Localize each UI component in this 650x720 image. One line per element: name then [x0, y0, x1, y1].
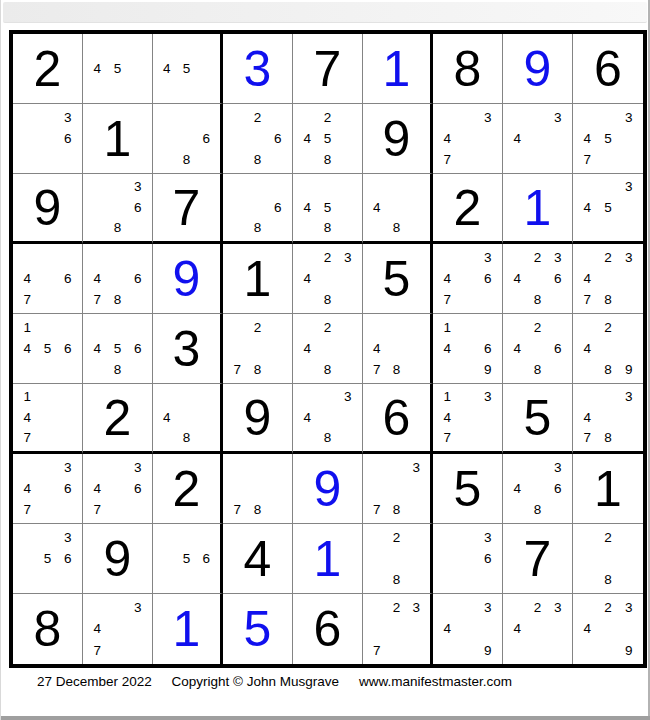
cell-r2c9[interactable]: 3457: [573, 104, 643, 174]
pencil-mark: [107, 247, 127, 268]
cell-r6c1[interactable]: 147: [13, 384, 83, 454]
pencil-mark: [338, 359, 358, 380]
pencil-mark: [247, 478, 267, 499]
pencil-mark: [17, 247, 37, 268]
cell-r7c9[interactable]: 1: [573, 454, 643, 524]
pencil-mark: 4: [437, 268, 457, 289]
pencil-mark: 8: [107, 359, 127, 380]
pencil-mark: [618, 317, 639, 338]
pencil-mark: [406, 177, 426, 197]
pencil-mark: [128, 317, 148, 338]
cell-r8c7[interactable]: 36: [433, 524, 503, 594]
cell-r6c5[interactable]: 348: [293, 384, 363, 454]
pencil-marks: 68: [227, 177, 288, 238]
cell-r9c3[interactable]: 1: [153, 594, 223, 664]
pencil-mark: [317, 177, 337, 197]
pencil-mark: 2: [247, 317, 267, 338]
pencil-mark: 3: [128, 457, 148, 478]
cell-r7c7[interactable]: 5: [433, 454, 503, 524]
pencil-mark: [507, 640, 527, 661]
pencil-mark: 3: [618, 597, 639, 618]
pencil-mark: 3: [58, 107, 78, 128]
cell-r1c8[interactable]: 9: [503, 34, 573, 104]
cell-value: 1: [573, 454, 643, 523]
cell-r8c3[interactable]: 56: [153, 524, 223, 594]
cell-r3c8[interactable]: 1: [503, 174, 573, 244]
pencil-mark: 9: [618, 359, 639, 380]
pencil-mark: [437, 247, 457, 268]
pencil-mark: [478, 128, 498, 149]
pencil-mark: 8: [247, 149, 267, 170]
cell-r1c2[interactable]: 45: [83, 34, 153, 104]
pencil-mark: [457, 618, 477, 639]
pencil-mark: [437, 107, 457, 128]
cell-r1c1[interactable]: 2: [13, 34, 83, 104]
cell-r3c5[interactable]: 458: [293, 174, 363, 244]
cell-r9c2[interactable]: 347: [83, 594, 153, 664]
cell-r9c6[interactable]: 237: [363, 594, 433, 664]
pencil-marks: 3478: [577, 387, 639, 448]
pencil-mark: [367, 527, 387, 548]
cell-r8c8[interactable]: 7: [503, 524, 573, 594]
pencil-mark: [577, 247, 598, 268]
pencil-mark: [387, 197, 407, 217]
pencil-mark: 4: [87, 268, 107, 289]
pencil-mark: [598, 618, 619, 639]
cell-r2c4[interactable]: 268: [223, 104, 293, 174]
pencil-mark: 7: [367, 640, 387, 661]
cell-r6c4[interactable]: 9: [223, 384, 293, 454]
pencil-mark: [548, 499, 568, 520]
pencil-mark: [17, 457, 37, 478]
pencil-marks: 348: [297, 387, 358, 448]
cell-r2c7[interactable]: 347: [433, 104, 503, 174]
cell-r8c4[interactable]: 4: [223, 524, 293, 594]
pencil-mark: [548, 618, 568, 639]
cell-r4c6[interactable]: 5: [363, 244, 433, 314]
pencil-mark: [406, 478, 426, 499]
cell-r7c2[interactable]: 3467: [83, 454, 153, 524]
pencil-mark: [338, 289, 358, 310]
pencil-mark: [457, 428, 477, 448]
cell-r3c9[interactable]: 345: [573, 174, 643, 244]
pencil-mark: 3: [618, 107, 639, 128]
cell-r5c8[interactable]: 2468: [503, 314, 573, 384]
pencil-mark: [577, 569, 598, 590]
cell-value: 7: [153, 174, 220, 241]
pencil-mark: [577, 177, 598, 197]
cell-value: 2: [153, 454, 220, 523]
pencil-mark: [457, 289, 477, 310]
pencil-mark: 4: [87, 618, 107, 639]
pencil-mark: [227, 128, 247, 149]
pencil-mark: 9: [478, 359, 498, 380]
footer-copyright: Copyright © John Musgrave: [172, 674, 340, 689]
pencil-mark: [317, 387, 337, 407]
pencil-mark: [598, 218, 619, 238]
window-bottom-edge: [1, 716, 650, 720]
pencil-mark: [618, 218, 639, 238]
cell-r8c2[interactable]: 9: [83, 524, 153, 594]
pencil-mark: 4: [297, 197, 317, 217]
cell-r4c8[interactable]: 23468: [503, 244, 573, 314]
pencil-mark: [406, 317, 426, 338]
cell-r8c1[interactable]: 356: [13, 524, 83, 594]
pencil-mark: 6: [128, 197, 148, 217]
pencil-mark: [387, 457, 407, 478]
pencil-mark: 5: [317, 128, 337, 149]
pencil-mark: 4: [87, 338, 107, 359]
pencil-mark: [367, 548, 387, 569]
pencil-marks: 467: [17, 247, 78, 310]
pencil-mark: [128, 359, 148, 380]
pencil-mark: 8: [317, 289, 337, 310]
pencil-mark: [548, 359, 568, 380]
pencil-mark: 4: [507, 618, 527, 639]
pencil-mark: 4: [157, 58, 177, 79]
pencil-marks: 36: [17, 107, 78, 170]
cell-r2c2[interactable]: 1: [83, 104, 153, 174]
cell-r4c7[interactable]: 3467: [433, 244, 503, 314]
pencil-mark: 3: [128, 597, 148, 618]
pencil-mark: [507, 359, 527, 380]
cell-r2c5[interactable]: 2458: [293, 104, 363, 174]
cell-r9c4[interactable]: 5: [223, 594, 293, 664]
cell-r3c2[interactable]: 368: [83, 174, 153, 244]
cell-r7c8[interactable]: 3468: [503, 454, 573, 524]
pencil-mark: [598, 387, 619, 407]
pencil-mark: 6: [196, 548, 216, 569]
pencil-mark: 4: [437, 407, 457, 427]
pencil-mark: [577, 359, 598, 380]
cell-r3c1[interactable]: 9: [13, 174, 83, 244]
pencil-mark: [157, 428, 177, 448]
cell-value: 3: [223, 34, 292, 103]
cell-r1c9[interactable]: 6: [573, 34, 643, 104]
pencil-marks: 34: [507, 107, 568, 170]
cell-r1c3[interactable]: 45: [153, 34, 223, 104]
pencil-mark: 8: [177, 428, 197, 448]
pencil-mark: [87, 457, 107, 478]
cell-value: 5: [363, 244, 430, 313]
pencil-mark: [437, 569, 457, 590]
pencil-mark: [618, 268, 639, 289]
cell-r2c1[interactable]: 36: [13, 104, 83, 174]
cell-r9c5[interactable]: 6: [293, 594, 363, 664]
pencil-mark: [577, 218, 598, 238]
pencil-mark: [87, 247, 107, 268]
cell-r4c1[interactable]: 467: [13, 244, 83, 314]
pencil-mark: [387, 177, 407, 197]
cell-r6c8[interactable]: 5: [503, 384, 573, 454]
pencil-mark: [17, 548, 37, 569]
pencil-mark: [618, 338, 639, 359]
pencil-mark: [478, 407, 498, 427]
pencil-marks: 248: [297, 317, 358, 380]
pencil-mark: [387, 317, 407, 338]
pencil-mark: [196, 37, 216, 58]
cell-r6c7[interactable]: 1347: [433, 384, 503, 454]
pencil-marks: 28: [367, 527, 426, 590]
pencil-mark: 7: [437, 289, 457, 310]
pencil-mark: 4: [157, 407, 177, 427]
pencil-mark: 6: [268, 128, 288, 149]
pencil-mark: [107, 177, 127, 197]
pencil-marks: 1456: [17, 317, 78, 380]
cell-r2c8[interactable]: 34: [503, 104, 573, 174]
cell-r8c9[interactable]: 28: [573, 524, 643, 594]
pencil-mark: [437, 597, 457, 618]
pencil-mark: [87, 317, 107, 338]
pencil-mark: [437, 548, 457, 569]
pencil-mark: 3: [478, 597, 498, 618]
pencil-marks: 478: [367, 317, 426, 380]
pencil-mark: 1: [437, 317, 457, 338]
pencil-mark: [478, 289, 498, 310]
pencil-mark: 3: [478, 107, 498, 128]
cell-r5c2[interactable]: 4568: [83, 314, 153, 384]
pencil-mark: [338, 128, 358, 149]
pencil-mark: 4: [17, 268, 37, 289]
pencil-mark: 6: [548, 268, 568, 289]
pencil-mark: 4: [577, 197, 598, 217]
cell-value: 1: [503, 174, 572, 241]
cell-r7c5[interactable]: 9: [293, 454, 363, 524]
footer: 27 December 2022 Copyright © John Musgra…: [37, 674, 637, 689]
pencil-mark: 3: [58, 527, 78, 548]
pencil-mark: 4: [577, 128, 598, 149]
pencil-mark: 8: [317, 218, 337, 238]
pencil-marks: 3467: [17, 457, 78, 520]
cell-r9c9[interactable]: 2349: [573, 594, 643, 664]
cell-value: 9: [223, 384, 292, 451]
cell-value: 2: [83, 384, 152, 451]
cell-r4c9[interactable]: 23478: [573, 244, 643, 314]
cell-value: 6: [293, 594, 362, 664]
pencil-marks: 378: [367, 457, 426, 520]
pencil-mark: [457, 128, 477, 149]
cell-value: 9: [153, 244, 220, 313]
pencil-mark: [247, 457, 267, 478]
cell-value: 1: [363, 34, 430, 103]
cell-value: 1: [293, 524, 362, 593]
pencil-mark: [128, 289, 148, 310]
cell-r4c2[interactable]: 4678: [83, 244, 153, 314]
pencil-mark: [387, 618, 407, 639]
pencil-mark: [107, 37, 127, 58]
cell-r6c2[interactable]: 2: [83, 384, 153, 454]
pencil-mark: [598, 338, 619, 359]
pencil-mark: 5: [107, 58, 127, 79]
pencil-marks: 4568: [87, 317, 148, 380]
cell-r5c9[interactable]: 2489: [573, 314, 643, 384]
pencil-mark: [618, 428, 639, 448]
cell-r8c5[interactable]: 1: [293, 524, 363, 594]
pencil-mark: 8: [247, 499, 267, 520]
pencil-mark: [406, 338, 426, 359]
pencil-mark: [507, 597, 527, 618]
pencil-mark: [107, 197, 127, 217]
cell-r5c5[interactable]: 248: [293, 314, 363, 384]
pencil-mark: [107, 618, 127, 639]
cell-r9c8[interactable]: 234: [503, 594, 573, 664]
pencil-marks: 23468: [507, 247, 568, 310]
pencil-mark: 3: [406, 457, 426, 478]
pencil-mark: [618, 527, 639, 548]
cell-r3c6[interactable]: 48: [363, 174, 433, 244]
sudoku-board: 2454537189636168268245893473434579368768…: [9, 30, 647, 668]
pencil-marks: 147: [17, 387, 78, 448]
pencil-marks: 3467: [437, 247, 498, 310]
cell-r7c6[interactable]: 378: [363, 454, 433, 524]
cell-r1c6[interactable]: 1: [363, 34, 433, 104]
cell-r5c4[interactable]: 278: [223, 314, 293, 384]
pencil-mark: 3: [58, 457, 78, 478]
pencil-mark: [618, 569, 639, 590]
cell-r3c3[interactable]: 7: [153, 174, 223, 244]
pencil-mark: [37, 107, 57, 128]
pencil-marks: 345: [577, 177, 639, 238]
pencil-mark: 6: [128, 338, 148, 359]
pencil-mark: [177, 37, 197, 58]
pencil-mark: 2: [247, 107, 267, 128]
cell-r1c7[interactable]: 8: [433, 34, 503, 104]
cell-r7c3[interactable]: 2: [153, 454, 223, 524]
pencil-marks: 278: [227, 317, 288, 380]
cell-r8c6[interactable]: 28: [363, 524, 433, 594]
pencil-mark: [17, 149, 37, 170]
pencil-marks: 268: [227, 107, 288, 170]
cell-value: 5: [223, 594, 292, 664]
cell-value: 3: [153, 314, 220, 383]
pencil-mark: [457, 107, 477, 128]
pencil-mark: [338, 338, 358, 359]
pencil-mark: [37, 428, 57, 448]
pencil-mark: [507, 247, 527, 268]
pencil-marks: 1347: [437, 387, 498, 448]
cell-r6c3[interactable]: 48: [153, 384, 223, 454]
pencil-mark: [338, 177, 358, 197]
pencil-mark: [58, 499, 78, 520]
pencil-mark: [338, 197, 358, 217]
pencil-marks: 48: [367, 177, 426, 238]
cell-r5c7[interactable]: 1469: [433, 314, 503, 384]
pencil-mark: [297, 359, 317, 380]
pencil-mark: [457, 317, 477, 338]
pencil-mark: 6: [478, 548, 498, 569]
cell-r1c4[interactable]: 3: [223, 34, 293, 104]
pencil-mark: [457, 268, 477, 289]
cell-r6c9[interactable]: 3478: [573, 384, 643, 454]
pencil-mark: [58, 359, 78, 380]
pencil-mark: 7: [577, 289, 598, 310]
pencil-mark: 8: [527, 359, 547, 380]
pencil-mark: [577, 107, 598, 128]
cell-r5c3[interactable]: 3: [153, 314, 223, 384]
pencil-mark: [268, 149, 288, 170]
pencil-mark: [387, 338, 407, 359]
cell-r4c5[interactable]: 2348: [293, 244, 363, 314]
footer-date: 27 December 2022: [37, 674, 152, 689]
pencil-mark: [527, 268, 547, 289]
cell-r5c6[interactable]: 478: [363, 314, 433, 384]
pencil-mark: [196, 428, 216, 448]
cell-r3c4[interactable]: 68: [223, 174, 293, 244]
pencil-mark: [548, 289, 568, 310]
pencil-mark: [406, 640, 426, 661]
cell-r4c4[interactable]: 1: [223, 244, 293, 314]
cell-r2c6[interactable]: 9: [363, 104, 433, 174]
pencil-mark: 1: [17, 317, 37, 338]
pencil-mark: [196, 58, 216, 79]
cell-r7c1[interactable]: 3467: [13, 454, 83, 524]
pencil-mark: [227, 218, 247, 238]
cell-r4c3[interactable]: 9: [153, 244, 223, 314]
pencil-mark: [58, 428, 78, 448]
cell-r1c5[interactable]: 7: [293, 34, 363, 104]
pencil-mark: 4: [297, 338, 317, 359]
pencil-mark: 2: [317, 317, 337, 338]
cell-r3c7[interactable]: 2: [433, 174, 503, 244]
cell-r9c1[interactable]: 8: [13, 594, 83, 664]
pencil-mark: 3: [406, 597, 426, 618]
pencil-mark: [618, 128, 639, 149]
pencil-mark: [387, 640, 407, 661]
pencil-mark: [338, 428, 358, 448]
pencil-mark: [598, 640, 619, 661]
pencil-mark: 4: [437, 338, 457, 359]
pencil-marks: 68: [157, 107, 216, 170]
pencil-mark: [107, 79, 127, 100]
pencil-mark: [527, 338, 547, 359]
pencil-marks: 2468: [507, 317, 568, 380]
pencil-mark: [17, 569, 37, 590]
pencil-mark: [577, 548, 598, 569]
pencil-mark: 6: [478, 338, 498, 359]
pencil-mark: [177, 387, 197, 407]
cell-r9c7[interactable]: 349: [433, 594, 503, 664]
pencil-mark: [618, 197, 639, 217]
pencil-mark: [406, 618, 426, 639]
pencil-mark: [157, 548, 177, 569]
pencil-mark: [128, 218, 148, 238]
pencil-mark: [598, 407, 619, 427]
pencil-mark: 8: [177, 149, 197, 170]
pencil-mark: [157, 569, 177, 590]
pencil-mark: 1: [437, 387, 457, 407]
pencil-mark: [618, 407, 639, 427]
pencil-mark: 3: [478, 247, 498, 268]
pencil-mark: 4: [577, 618, 598, 639]
pencil-mark: [457, 597, 477, 618]
cell-value: 7: [293, 34, 362, 103]
pencil-mark: 4: [17, 478, 37, 499]
pencil-mark: 4: [17, 407, 37, 427]
pencil-mark: [107, 597, 127, 618]
pencil-mark: 8: [317, 428, 337, 448]
pencil-mark: 4: [437, 128, 457, 149]
cell-r7c4[interactable]: 78: [223, 454, 293, 524]
pencil-marks: 2348: [297, 247, 358, 310]
cell-r5c1[interactable]: 1456: [13, 314, 83, 384]
pencil-mark: [478, 428, 498, 448]
cell-value: 1: [83, 104, 152, 173]
pencil-mark: [37, 387, 57, 407]
cell-value: 2: [433, 174, 502, 241]
cell-r2c3[interactable]: 68: [153, 104, 223, 174]
pencil-mark: 8: [247, 359, 267, 380]
cell-r6c6[interactable]: 6: [363, 384, 433, 454]
